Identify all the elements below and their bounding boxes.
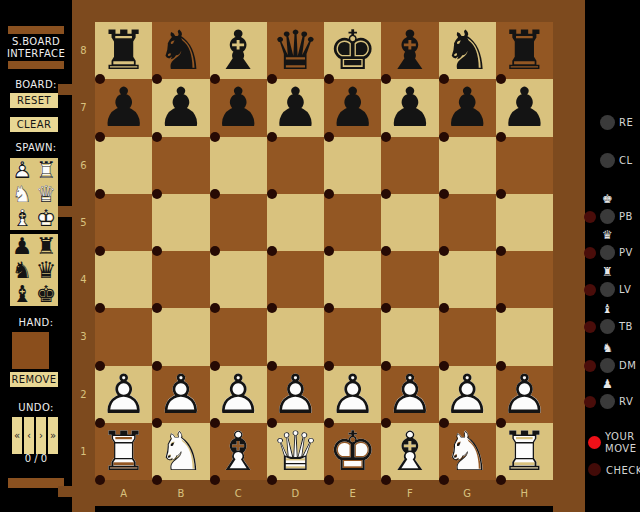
queen-icon: ♛ bbox=[600, 229, 615, 241]
square-c6[interactable] bbox=[210, 137, 267, 194]
square-corner-dot bbox=[210, 132, 220, 142]
piece-outline: ♙ bbox=[324, 366, 381, 423]
square-corner-dot bbox=[496, 475, 506, 485]
spawn-section-label: SPAWN: bbox=[0, 142, 72, 153]
spawn-black-rook[interactable]: ♜ bbox=[34, 234, 58, 258]
piece-outline: ♖ bbox=[496, 423, 553, 480]
square-corner-dot bbox=[324, 475, 334, 485]
black-king-piece[interactable]: ♚ bbox=[324, 22, 381, 79]
square-a7[interactable]: ♟ bbox=[95, 79, 152, 136]
check-led bbox=[588, 463, 601, 476]
piece-outline: ♙ bbox=[381, 366, 438, 423]
square-h1[interactable]: ♜♖ bbox=[496, 423, 553, 480]
square-h8[interactable]: ♜ bbox=[496, 22, 553, 79]
piece-outline: ♙ bbox=[267, 366, 324, 423]
spawn-black-knight[interactable]: ♞ bbox=[10, 258, 34, 282]
piece-body: ♟ bbox=[10, 234, 34, 258]
white-queen-piece[interactable]: ♛♕ bbox=[34, 182, 58, 206]
square-corner-dot bbox=[324, 189, 334, 199]
square-h2[interactable]: ♟♙ bbox=[496, 366, 553, 423]
piece-outline: ♙ bbox=[439, 366, 496, 423]
white-king-piece[interactable]: ♚♔ bbox=[324, 423, 381, 480]
piece-body: ♚ bbox=[34, 282, 58, 306]
black-pawn-piece[interactable]: ♟ bbox=[95, 79, 152, 136]
square-h3[interactable] bbox=[496, 308, 553, 365]
square-e2[interactable]: ♟♙ bbox=[324, 366, 381, 423]
black-pawn-piece[interactable]: ♟ bbox=[210, 79, 267, 136]
piece-body: ♟ bbox=[152, 79, 209, 136]
black-pawn-piece[interactable]: ♟ bbox=[152, 79, 209, 136]
spawn-white-king[interactable]: ♚♔ bbox=[34, 206, 58, 230]
white-pawn-piece[interactable]: ♟♙ bbox=[496, 366, 553, 423]
piece-body: ♟ bbox=[95, 79, 152, 136]
black-bishop-piece[interactable]: ♝ bbox=[10, 282, 34, 306]
control-sidebar: S.BOARD INTERFACE BOARD: RESET CLEAR SPA… bbox=[0, 0, 72, 512]
black-pawn-piece[interactable]: ♟ bbox=[381, 79, 438, 136]
square-c7[interactable]: ♟ bbox=[210, 79, 267, 136]
square-corner-dot bbox=[381, 189, 391, 199]
white-pawn-piece[interactable]: ♟♙ bbox=[210, 366, 267, 423]
square-d3[interactable] bbox=[267, 308, 324, 365]
rook-icon: ♜ bbox=[600, 266, 615, 278]
undo-counter: 0 / 0 bbox=[0, 453, 72, 464]
piece-body: ♛ bbox=[267, 22, 324, 79]
spawn-white-rook[interactable]: ♜♖ bbox=[34, 158, 58, 182]
piece-body: ♚ bbox=[324, 22, 381, 79]
red-led bbox=[584, 211, 596, 223]
clear-button[interactable]: CLEAR bbox=[10, 117, 58, 132]
black-pawn-piece[interactable]: ♟ bbox=[10, 234, 34, 258]
piece-outline: ♔ bbox=[324, 423, 381, 480]
black-bishop-piece[interactable]: ♝ bbox=[210, 22, 267, 79]
square-corner-dot bbox=[324, 246, 334, 256]
square-corner-dot bbox=[210, 74, 220, 84]
square-corner-dot bbox=[267, 132, 277, 142]
board-frame: ♜♞♝♛♚♝♞♜♟♟♟♟♟♟♟♟♟♙♟♙♟♙♟♙♟♙♟♙♟♙♟♙♜♖♞♘♝♗♛♕… bbox=[72, 0, 585, 512]
gray-led bbox=[600, 153, 615, 168]
remove-button[interactable]: REMOVE bbox=[10, 372, 58, 387]
square-corner-dot bbox=[95, 189, 105, 199]
square-a4[interactable] bbox=[95, 251, 152, 308]
square-corner-dot bbox=[95, 361, 105, 371]
white-rook-piece[interactable]: ♜♖ bbox=[34, 158, 58, 182]
file-label-f: F bbox=[381, 484, 438, 504]
square-corner-dot bbox=[210, 303, 220, 313]
square-corner-dot bbox=[324, 418, 334, 428]
piece-body: ♞ bbox=[152, 22, 209, 79]
square-f6[interactable] bbox=[381, 137, 438, 194]
square-corner-dot bbox=[210, 418, 220, 428]
square-f8[interactable]: ♝ bbox=[381, 22, 438, 79]
square-d8[interactable]: ♛ bbox=[267, 22, 324, 79]
square-e1[interactable]: ♚♔ bbox=[324, 423, 381, 480]
rank-label-7: 7 bbox=[72, 79, 95, 136]
square-corner-dot bbox=[439, 475, 449, 485]
square-a6[interactable] bbox=[95, 137, 152, 194]
piece-body: ♝ bbox=[210, 22, 267, 79]
file-label-e: E bbox=[324, 484, 381, 504]
your-move-line2: MOVE bbox=[605, 443, 636, 455]
square-a3[interactable] bbox=[95, 308, 152, 365]
hand-slot[interactable] bbox=[12, 332, 49, 369]
white-pawn-piece[interactable]: ♟♙ bbox=[95, 366, 152, 423]
frame-tab bbox=[58, 486, 72, 497]
white-rook-piece[interactable]: ♜♖ bbox=[95, 423, 152, 480]
indicator-label-lv: LV bbox=[619, 284, 631, 295]
spawn-black-pawn[interactable]: ♟ bbox=[10, 234, 34, 258]
square-corner-dot bbox=[152, 361, 162, 371]
square-d4[interactable] bbox=[267, 251, 324, 308]
app-window: S.BOARD INTERFACE BOARD: RESET CLEAR SPA… bbox=[0, 0, 640, 512]
square-f4[interactable] bbox=[381, 251, 438, 308]
indicator-tb: TB bbox=[585, 319, 640, 335]
piece-body: ♞ bbox=[10, 258, 34, 282]
undo-controls: «‹›» bbox=[12, 417, 58, 454]
gray-led bbox=[600, 115, 615, 130]
black-pawn-piece[interactable]: ♟ bbox=[324, 79, 381, 136]
square-corner-dot bbox=[210, 361, 220, 371]
square-b7[interactable]: ♟ bbox=[152, 79, 209, 136]
indicator-label-pv: PV bbox=[619, 247, 633, 258]
indicator-label-cl: CL bbox=[619, 155, 633, 166]
square-a5[interactable] bbox=[95, 194, 152, 251]
board-shadow bbox=[95, 506, 553, 512]
piece-outline: ♗ bbox=[381, 423, 438, 480]
white-pawn-piece[interactable]: ♟♙ bbox=[381, 366, 438, 423]
square-a8[interactable]: ♜ bbox=[95, 22, 152, 79]
square-d1[interactable]: ♛♕ bbox=[267, 423, 324, 480]
square-corner-dot bbox=[381, 361, 391, 371]
white-knight-piece[interactable]: ♞♘ bbox=[152, 423, 209, 480]
square-f7[interactable]: ♟ bbox=[381, 79, 438, 136]
square-corner-dot bbox=[267, 74, 277, 84]
file-label-h: H bbox=[496, 484, 553, 504]
spawn-palette-white: ♟♙♜♖♞♘♛♕♝♗♚♔ bbox=[10, 158, 58, 230]
gray-led bbox=[600, 358, 615, 373]
square-e8[interactable]: ♚ bbox=[324, 22, 381, 79]
square-corner-dot bbox=[439, 418, 449, 428]
square-corner-dot bbox=[381, 132, 391, 142]
indicator-pb: PB bbox=[585, 209, 640, 225]
square-d5[interactable] bbox=[267, 194, 324, 251]
knight-icon: ♞ bbox=[600, 342, 615, 354]
indicator-re: RE bbox=[585, 115, 640, 131]
black-king-piece[interactable]: ♚ bbox=[34, 282, 58, 306]
piece-outline: ♙ bbox=[496, 366, 553, 423]
undo-last-button[interactable]: » bbox=[48, 417, 58, 454]
square-corner-dot bbox=[496, 303, 506, 313]
square-corner-dot bbox=[439, 132, 449, 142]
square-corner-dot bbox=[95, 475, 105, 485]
gray-led bbox=[600, 319, 615, 334]
reset-button[interactable]: RESET bbox=[10, 93, 58, 108]
spawn-white-bishop[interactable]: ♝♗ bbox=[10, 206, 34, 230]
white-rook-piece[interactable]: ♜♖ bbox=[496, 423, 553, 480]
indicator-dm: DM bbox=[585, 358, 640, 374]
piece-outline: ♖ bbox=[95, 423, 152, 480]
bishop-icon: ♝ bbox=[600, 303, 615, 315]
square-a1[interactable]: ♜♖ bbox=[95, 423, 152, 480]
app-title-line1: S.BOARD bbox=[0, 36, 72, 47]
hand-section-label: HAND: bbox=[0, 317, 72, 328]
square-corner-dot bbox=[439, 189, 449, 199]
square-corner-dot bbox=[210, 246, 220, 256]
square-corner-dot bbox=[267, 475, 277, 485]
square-f1[interactable]: ♝♗ bbox=[381, 423, 438, 480]
square-corner-dot bbox=[496, 418, 506, 428]
square-f2[interactable]: ♟♙ bbox=[381, 366, 438, 423]
white-pawn-piece[interactable]: ♟♙ bbox=[267, 366, 324, 423]
rank-label-1: 1 bbox=[72, 423, 95, 480]
indicator-label-dm: DM bbox=[619, 360, 636, 371]
square-corner-dot bbox=[95, 132, 105, 142]
gray-led bbox=[600, 394, 615, 409]
piece-body: ♞ bbox=[439, 22, 496, 79]
piece-body: ♝ bbox=[10, 282, 34, 306]
square-corner-dot bbox=[496, 74, 506, 84]
piece-outline: ♘ bbox=[439, 423, 496, 480]
white-bishop-piece[interactable]: ♝♗ bbox=[10, 206, 34, 230]
square-g2[interactable]: ♟♙ bbox=[439, 366, 496, 423]
spawn-white-queen[interactable]: ♛♕ bbox=[34, 182, 58, 206]
your-move-label: YOUR MOVE bbox=[605, 431, 636, 455]
square-g1[interactable]: ♞♘ bbox=[439, 423, 496, 480]
gray-led bbox=[600, 282, 615, 297]
square-corner-dot bbox=[324, 361, 334, 371]
undo-forward-button[interactable]: › bbox=[36, 417, 46, 454]
piece-body: ♟ bbox=[496, 79, 553, 136]
white-pawn-piece[interactable]: ♟♙ bbox=[10, 158, 34, 182]
square-corner-dot bbox=[439, 246, 449, 256]
piece-outline: ♙ bbox=[210, 366, 267, 423]
red-led bbox=[584, 247, 596, 259]
square-b5[interactable] bbox=[152, 194, 209, 251]
divider-bar bbox=[8, 478, 64, 488]
chess-board: ♜♞♝♛♚♝♞♜♟♟♟♟♟♟♟♟♟♙♟♙♟♙♟♙♟♙♟♙♟♙♟♙♜♖♞♘♝♗♛♕… bbox=[95, 22, 553, 480]
square-f5[interactable] bbox=[381, 194, 438, 251]
piece-outline: ♙ bbox=[152, 366, 209, 423]
square-e3[interactable] bbox=[324, 308, 381, 365]
square-corner-dot bbox=[496, 246, 506, 256]
piece-outline: ♕ bbox=[267, 423, 324, 480]
piece-body: ♝ bbox=[381, 22, 438, 79]
frame-tab bbox=[58, 84, 72, 95]
piece-body: ♜ bbox=[34, 234, 58, 258]
square-corner-dot bbox=[439, 74, 449, 84]
black-queen-piece[interactable]: ♛ bbox=[34, 258, 58, 282]
pawn-icon: ♟ bbox=[600, 378, 615, 390]
white-bishop-piece[interactable]: ♝♗ bbox=[381, 423, 438, 480]
king-icon: ♚ bbox=[600, 193, 615, 205]
spawn-palette-black: ♟♜♞♛♝♚ bbox=[10, 234, 58, 306]
square-d2[interactable]: ♟♙ bbox=[267, 366, 324, 423]
indicator-cl: CL bbox=[585, 153, 640, 169]
square-b8[interactable]: ♞ bbox=[152, 22, 209, 79]
piece-outline: ♘ bbox=[152, 423, 209, 480]
your-move-led bbox=[588, 436, 601, 449]
black-bishop-piece[interactable]: ♝ bbox=[381, 22, 438, 79]
black-rook-piece[interactable]: ♜ bbox=[496, 22, 553, 79]
white-pawn-piece[interactable]: ♟♙ bbox=[439, 366, 496, 423]
white-knight-piece[interactable]: ♞♘ bbox=[10, 182, 34, 206]
square-corner-dot bbox=[152, 132, 162, 142]
square-corner-dot bbox=[267, 361, 277, 371]
frame-tab bbox=[58, 206, 72, 217]
piece-body: ♟ bbox=[381, 79, 438, 136]
square-e5[interactable] bbox=[324, 194, 381, 251]
square-corner-dot bbox=[324, 132, 334, 142]
piece-outline: ♕ bbox=[34, 182, 58, 206]
square-d7[interactable]: ♟ bbox=[267, 79, 324, 136]
white-queen-piece[interactable]: ♛♕ bbox=[267, 423, 324, 480]
spawn-black-king[interactable]: ♚ bbox=[34, 282, 58, 306]
spawn-black-queen[interactable]: ♛ bbox=[34, 258, 58, 282]
divider-bar bbox=[8, 61, 64, 69]
square-h7[interactable]: ♟ bbox=[496, 79, 553, 136]
square-d6[interactable] bbox=[267, 137, 324, 194]
square-h5[interactable] bbox=[496, 194, 553, 251]
white-bishop-piece[interactable]: ♝♗ bbox=[210, 423, 267, 480]
square-f3[interactable] bbox=[381, 308, 438, 365]
black-knight-piece[interactable]: ♞ bbox=[439, 22, 496, 79]
square-corner-dot bbox=[152, 189, 162, 199]
square-corner-dot bbox=[152, 418, 162, 428]
square-corner-dot bbox=[267, 418, 277, 428]
app-title-line2: INTERFACE bbox=[0, 48, 72, 59]
square-a2[interactable]: ♟♙ bbox=[95, 366, 152, 423]
square-corner-dot bbox=[267, 189, 277, 199]
piece-body: ♜ bbox=[496, 22, 553, 79]
square-b4[interactable] bbox=[152, 251, 209, 308]
undo-first-button[interactable]: « bbox=[12, 417, 22, 454]
piece-body: ♟ bbox=[210, 79, 267, 136]
gray-led bbox=[600, 209, 615, 224]
check-label: CHECK bbox=[606, 465, 640, 476]
square-c2[interactable]: ♟♙ bbox=[210, 366, 267, 423]
file-label-b: B bbox=[152, 484, 209, 504]
square-corner-dot bbox=[439, 361, 449, 371]
red-led bbox=[584, 321, 596, 333]
spawn-white-knight[interactable]: ♞♘ bbox=[10, 182, 34, 206]
square-b2[interactable]: ♟♙ bbox=[152, 366, 209, 423]
square-e4[interactable] bbox=[324, 251, 381, 308]
square-c3[interactable] bbox=[210, 308, 267, 365]
black-rook-piece[interactable]: ♜ bbox=[34, 234, 58, 258]
square-g3[interactable] bbox=[439, 308, 496, 365]
your-move-line1: YOUR bbox=[605, 431, 636, 443]
file-label-a: A bbox=[95, 484, 152, 504]
black-knight-piece[interactable]: ♞ bbox=[152, 22, 209, 79]
square-c5[interactable] bbox=[210, 194, 267, 251]
indicator-label-rv: RV bbox=[619, 396, 633, 407]
red-led bbox=[584, 360, 596, 372]
square-corner-dot bbox=[439, 303, 449, 313]
square-b3[interactable] bbox=[152, 308, 209, 365]
square-b6[interactable] bbox=[152, 137, 209, 194]
square-corner-dot bbox=[496, 189, 506, 199]
spawn-white-pawn[interactable]: ♟♙ bbox=[10, 158, 34, 182]
square-corner-dot bbox=[95, 246, 105, 256]
square-corner-dot bbox=[496, 361, 506, 371]
piece-body: ♟ bbox=[324, 79, 381, 136]
square-corner-dot bbox=[381, 418, 391, 428]
rank-label-2: 2 bbox=[72, 366, 95, 423]
piece-body: ♛ bbox=[34, 258, 58, 282]
square-g5[interactable] bbox=[439, 194, 496, 251]
black-queen-piece[interactable]: ♛ bbox=[267, 22, 324, 79]
white-pawn-piece[interactable]: ♟♙ bbox=[324, 366, 381, 423]
piece-outline: ♗ bbox=[10, 206, 34, 230]
red-led bbox=[584, 396, 596, 408]
square-corner-dot bbox=[496, 132, 506, 142]
white-pawn-piece[interactable]: ♟♙ bbox=[152, 366, 209, 423]
indicator-rv: RV bbox=[585, 394, 640, 410]
piece-outline: ♔ bbox=[34, 206, 58, 230]
square-c8[interactable]: ♝ bbox=[210, 22, 267, 79]
rank-label-5: 5 bbox=[72, 194, 95, 251]
square-corner-dot bbox=[267, 246, 277, 256]
file-label-d: D bbox=[267, 484, 324, 504]
indicator-lv: LV bbox=[585, 282, 640, 298]
square-g8[interactable]: ♞ bbox=[439, 22, 496, 79]
piece-body: ♟ bbox=[267, 79, 324, 136]
indicator-label-pb: PB bbox=[619, 211, 633, 222]
file-label-c: C bbox=[210, 484, 267, 504]
gray-led bbox=[600, 245, 615, 260]
square-corner-dot bbox=[210, 475, 220, 485]
rank-label-8: 8 bbox=[72, 22, 95, 79]
square-c1[interactable]: ♝♗ bbox=[210, 423, 267, 480]
black-knight-piece[interactable]: ♞ bbox=[10, 258, 34, 282]
square-e6[interactable] bbox=[324, 137, 381, 194]
black-pawn-piece[interactable]: ♟ bbox=[439, 79, 496, 136]
piece-outline: ♖ bbox=[34, 158, 58, 182]
piece-body: ♜ bbox=[95, 22, 152, 79]
rank-label-4: 4 bbox=[72, 251, 95, 308]
undo-section-label: UNDO: bbox=[0, 402, 72, 413]
piece-body: ♟ bbox=[439, 79, 496, 136]
undo-back-button[interactable]: ‹ bbox=[24, 417, 34, 454]
status-led-panel: YOUR MOVE CHECK RECL♚PB♛PV♜LV♝TB♞DM♟RV bbox=[585, 0, 640, 512]
square-corner-dot bbox=[267, 303, 277, 313]
square-e7[interactable]: ♟ bbox=[324, 79, 381, 136]
indicator-label-tb: TB bbox=[619, 321, 633, 332]
piece-outline: ♗ bbox=[210, 423, 267, 480]
square-c4[interactable] bbox=[210, 251, 267, 308]
square-g6[interactable] bbox=[439, 137, 496, 194]
piece-outline: ♙ bbox=[95, 366, 152, 423]
square-corner-dot bbox=[210, 189, 220, 199]
square-g4[interactable] bbox=[439, 251, 496, 308]
spawn-black-bishop[interactable]: ♝ bbox=[10, 282, 34, 306]
black-pawn-piece[interactable]: ♟ bbox=[496, 79, 553, 136]
black-pawn-piece[interactable]: ♟ bbox=[267, 79, 324, 136]
white-king-piece[interactable]: ♚♔ bbox=[34, 206, 58, 230]
white-knight-piece[interactable]: ♞♘ bbox=[439, 423, 496, 480]
red-led bbox=[584, 284, 596, 296]
square-h6[interactable] bbox=[496, 137, 553, 194]
rank-label-6: 6 bbox=[72, 137, 95, 194]
indicator-pv: PV bbox=[585, 245, 640, 261]
square-b1[interactable]: ♞♘ bbox=[152, 423, 209, 480]
file-label-g: G bbox=[439, 484, 496, 504]
square-g7[interactable]: ♟ bbox=[439, 79, 496, 136]
indicator-label-re: RE bbox=[619, 117, 633, 128]
square-corner-dot bbox=[95, 418, 105, 428]
square-h4[interactable] bbox=[496, 251, 553, 308]
black-rook-piece[interactable]: ♜ bbox=[95, 22, 152, 79]
rank-label-3: 3 bbox=[72, 308, 95, 365]
